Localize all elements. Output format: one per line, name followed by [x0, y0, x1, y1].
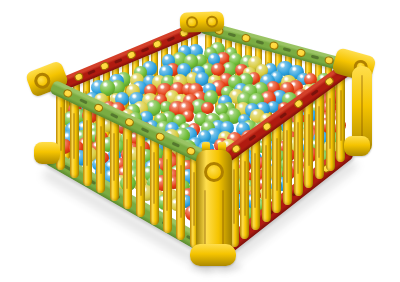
- connector-ring: [206, 15, 218, 27]
- rail-button: [296, 47, 307, 57]
- slat-front-right: [240, 144, 249, 238]
- slat-front-right: [262, 129, 271, 222]
- rail-button: [63, 88, 75, 99]
- rail-button: [230, 143, 242, 155]
- ball-pit-product-photo: Yellow plastic ball-pit playpen filled w…: [0, 0, 400, 282]
- slat-slot: [265, 145, 267, 199]
- post-ridge: [204, 190, 206, 247]
- slat-slot: [340, 90, 342, 141]
- slat-slot: [329, 98, 331, 150]
- rail-slot: [255, 39, 264, 44]
- slat-slot: [60, 107, 62, 152]
- rail-button: [186, 145, 198, 156]
- slat-front-left: [70, 99, 79, 178]
- rail-slot: [140, 47, 149, 53]
- slat-front-right: [272, 121, 281, 213]
- rail-button: [73, 71, 84, 82]
- slat-slot: [193, 172, 195, 226]
- rail-button: [155, 131, 167, 142]
- rail-button: [268, 40, 279, 50]
- slat-slot: [254, 153, 256, 207]
- post-ridge: [361, 75, 363, 144]
- connector-ring: [186, 16, 198, 28]
- connector-ring: [32, 70, 53, 91]
- slat-front-left: [136, 130, 145, 217]
- rail-slot: [110, 112, 119, 118]
- post-ridge: [222, 190, 224, 247]
- rail-button: [124, 116, 136, 127]
- slat-slot: [286, 130, 288, 183]
- rail-slot: [311, 54, 320, 59]
- slat-slot: [276, 138, 278, 192]
- slat-front-right: [304, 97, 313, 187]
- corner-foot-front: [190, 244, 236, 266]
- corner-foot-left: [34, 142, 60, 164]
- slat-front-right: [251, 137, 260, 231]
- connector-ring: [204, 162, 224, 182]
- slat-front-left: [163, 142, 172, 232]
- slat-slot: [244, 161, 246, 216]
- rail-slot: [279, 111, 287, 118]
- slat-slot: [140, 146, 142, 196]
- rail-slot: [248, 134, 256, 141]
- corner-connector-back: [180, 11, 225, 33]
- slat-slot: [308, 114, 310, 166]
- slat-front-left: [83, 105, 92, 185]
- rail-button: [99, 60, 110, 71]
- slat-slot: [73, 113, 75, 159]
- rail-slot: [310, 89, 318, 96]
- rail-slot: [79, 98, 88, 104]
- slat-slot: [126, 139, 128, 188]
- rail-button: [261, 120, 273, 132]
- slat-slot: [153, 152, 155, 203]
- slat-front-right: [294, 105, 303, 196]
- slat-front-left: [96, 112, 105, 194]
- slat-slot: [166, 159, 168, 211]
- corner-post-front: [196, 150, 232, 254]
- rail-button: [324, 75, 336, 87]
- rail-slot: [228, 32, 237, 37]
- slat-slot: [180, 165, 182, 218]
- rail-slot: [114, 58, 123, 64]
- slat-slot: [297, 122, 299, 175]
- slat-front-left: [123, 124, 132, 209]
- slat-slot: [233, 169, 235, 224]
- slat-slot: [113, 133, 115, 181]
- slat-slot: [318, 106, 320, 158]
- rail-slot: [283, 47, 292, 52]
- rail-button: [152, 38, 163, 49]
- slat-front-left: [150, 136, 159, 225]
- rail-slot: [88, 69, 97, 75]
- rail-button: [292, 97, 304, 109]
- slat-front-right: [283, 113, 292, 205]
- corner-foot-right: [344, 136, 370, 156]
- rail-button: [93, 102, 105, 113]
- rail-slot: [172, 141, 181, 147]
- slat-slot: [86, 120, 88, 166]
- rail-button: [241, 33, 252, 43]
- slat-front-right: [315, 90, 324, 180]
- slat-front-left: [176, 149, 185, 241]
- slat-front-right: [326, 82, 335, 171]
- slat-slot: [100, 126, 102, 173]
- slat-front-left: [110, 118, 119, 202]
- rail-button: [126, 49, 137, 60]
- rail-slot: [141, 127, 150, 133]
- rail-slot: [167, 36, 176, 42]
